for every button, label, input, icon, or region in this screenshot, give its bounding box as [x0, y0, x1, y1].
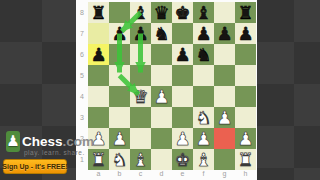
piece-black-pawn-f7[interactable]: ♟: [193, 23, 214, 44]
square-g8[interactable]: [214, 2, 235, 23]
board-panel: 87654321 ♜♝♛♚♝♜♟♟♞♟♟♟♟♟♞♛♟♞♟♟♟♟♟♟♜♞♝♚♝♜ …: [76, 0, 257, 180]
file-label-c: c: [130, 169, 151, 179]
piece-white-pawn-b2[interactable]: ♟: [109, 128, 130, 149]
square-b8[interactable]: [109, 2, 130, 23]
square-f7[interactable]: ♟: [193, 23, 214, 44]
square-h1[interactable]: ♜: [235, 149, 256, 170]
square-g7[interactable]: ♟: [214, 23, 235, 44]
square-d1[interactable]: [151, 149, 172, 170]
sign-up-button[interactable]: Sign Up - it's FREE!: [3, 159, 67, 174]
square-b4[interactable]: [109, 86, 130, 107]
square-f3[interactable]: ♞: [193, 107, 214, 128]
square-h4[interactable]: [235, 86, 256, 107]
square-g5[interactable]: [214, 65, 235, 86]
square-h6[interactable]: [235, 44, 256, 65]
piece-white-pawn-g3[interactable]: ♟: [214, 107, 235, 128]
piece-white-bishop-f1[interactable]: ♝: [193, 149, 214, 170]
square-c8[interactable]: ♝: [130, 2, 151, 23]
piece-white-king-e1[interactable]: ♚: [172, 149, 193, 170]
rank-label-7: 7: [76, 23, 88, 44]
rank-label-6: 6: [76, 44, 88, 65]
square-h3[interactable]: [235, 107, 256, 128]
rank-label-5: 5: [76, 65, 88, 86]
file-label-b: b: [109, 169, 130, 179]
square-g4[interactable]: [214, 86, 235, 107]
square-e7[interactable]: [172, 23, 193, 44]
square-b7[interactable]: ♟: [109, 23, 130, 44]
piece-black-king-e8[interactable]: ♚: [172, 2, 193, 23]
square-c5[interactable]: [130, 65, 151, 86]
square-a8[interactable]: ♜: [88, 2, 109, 23]
square-g1[interactable]: [214, 149, 235, 170]
square-d5[interactable]: [151, 65, 172, 86]
piece-black-bishop-c8[interactable]: ♝: [130, 2, 151, 23]
square-e1[interactable]: ♚: [172, 149, 193, 170]
square-a3[interactable]: [88, 107, 109, 128]
square-d6[interactable]: [151, 44, 172, 65]
square-c3[interactable]: [130, 107, 151, 128]
square-f4[interactable]: [193, 86, 214, 107]
square-d3[interactable]: [151, 107, 172, 128]
square-e6[interactable]: ♟: [172, 44, 193, 65]
square-c6[interactable]: [130, 44, 151, 65]
file-label-g: g: [214, 169, 235, 179]
square-f1[interactable]: ♝: [193, 149, 214, 170]
piece-white-rook-h1[interactable]: ♜: [235, 149, 256, 170]
rank-label-8: 8: [76, 2, 88, 23]
piece-black-pawn-e6[interactable]: ♟: [172, 44, 193, 65]
logo-name: Chess: [22, 134, 63, 149]
piece-white-bishop-c1[interactable]: ♝: [130, 149, 151, 170]
piece-black-bishop-f8[interactable]: ♝: [193, 2, 214, 23]
piece-black-knight-d7[interactable]: ♞: [151, 23, 172, 44]
square-b1[interactable]: ♞: [109, 149, 130, 170]
pawn-logo-icon: ♟: [6, 131, 20, 152]
square-h7[interactable]: ♟: [235, 23, 256, 44]
piece-black-queen-d8[interactable]: ♛: [151, 2, 172, 23]
square-b6[interactable]: [109, 44, 130, 65]
logo-tagline: play. learn. share.: [24, 149, 85, 156]
piece-black-pawn-c7[interactable]: ♟: [130, 23, 151, 44]
rank-label-3: 3: [76, 107, 88, 128]
piece-black-pawn-h7[interactable]: ♟: [235, 23, 256, 44]
square-f2[interactable]: ♟: [193, 128, 214, 149]
square-e8[interactable]: ♚: [172, 2, 193, 23]
piece-black-pawn-g7[interactable]: ♟: [214, 23, 235, 44]
piece-black-rook-a8[interactable]: ♜: [88, 2, 109, 23]
rank-label-4: 4: [76, 86, 88, 107]
square-a6[interactable]: ♟: [88, 44, 109, 65]
square-f6[interactable]: ♞: [193, 44, 214, 65]
square-f8[interactable]: ♝: [193, 2, 214, 23]
piece-white-knight-b1[interactable]: ♞: [109, 149, 130, 170]
video-frame: 87654321 ♜♝♛♚♝♜♟♟♞♟♟♟♟♟♞♛♟♞♟♟♟♟♟♟♜♞♝♚♝♜ …: [0, 0, 320, 180]
square-e2[interactable]: ♟: [172, 128, 193, 149]
square-d8[interactable]: ♛: [151, 2, 172, 23]
square-h5[interactable]: [235, 65, 256, 86]
piece-white-pawn-h2[interactable]: ♟: [235, 128, 256, 149]
piece-white-pawn-f2[interactable]: ♟: [193, 128, 214, 149]
square-a5[interactable]: [88, 65, 109, 86]
square-d7[interactable]: ♞: [151, 23, 172, 44]
file-label-d: d: [151, 169, 172, 179]
square-g6[interactable]: [214, 44, 235, 65]
square-e4[interactable]: [172, 86, 193, 107]
piece-white-rook-a1[interactable]: ♜: [88, 149, 109, 170]
piece-white-pawn-d4[interactable]: ♟: [151, 86, 172, 107]
file-label-h: h: [235, 169, 256, 179]
square-a7[interactable]: [88, 23, 109, 44]
logo-wordmark: Chess.com: [22, 134, 94, 149]
piece-black-pawn-b7[interactable]: ♟: [109, 23, 130, 44]
square-a4[interactable]: [88, 86, 109, 107]
square-d4[interactable]: ♟: [151, 86, 172, 107]
file-labels: abcdefgh: [88, 169, 256, 179]
square-c4[interactable]: ♛: [130, 86, 151, 107]
square-g3[interactable]: ♟: [214, 107, 235, 128]
piece-white-knight-f3[interactable]: ♞: [193, 107, 214, 128]
piece-white-pawn-e2[interactable]: ♟: [172, 128, 193, 149]
square-e5[interactable]: [172, 65, 193, 86]
square-f5[interactable]: [193, 65, 214, 86]
square-h8[interactable]: ♜: [235, 2, 256, 23]
square-e3[interactable]: [172, 107, 193, 128]
piece-black-rook-h8[interactable]: ♜: [235, 2, 256, 23]
square-b5[interactable]: [109, 65, 130, 86]
square-c1[interactable]: ♝: [130, 149, 151, 170]
square-h2[interactable]: ♟: [235, 128, 256, 149]
square-a1[interactable]: ♜: [88, 149, 109, 170]
piece-white-queen-c4[interactable]: ♛: [130, 86, 151, 107]
file-label-e: e: [172, 169, 193, 179]
square-b3[interactable]: [109, 107, 130, 128]
file-label-a: a: [88, 169, 109, 179]
logo-tld: .com: [63, 134, 95, 149]
square-g2[interactable]: [214, 128, 235, 149]
square-d2[interactable]: [151, 128, 172, 149]
square-b2[interactable]: ♟: [109, 128, 130, 149]
square-c2[interactable]: [130, 128, 151, 149]
file-label-f: f: [193, 169, 214, 179]
piece-black-knight-f6[interactable]: ♞: [193, 44, 214, 65]
square-c7[interactable]: ♟: [130, 23, 151, 44]
piece-black-pawn-a6[interactable]: ♟: [88, 44, 109, 65]
chess-board[interactable]: ♜♝♛♚♝♜♟♟♞♟♟♟♟♟♞♛♟♞♟♟♟♟♟♟♜♞♝♚♝♜: [88, 2, 256, 170]
